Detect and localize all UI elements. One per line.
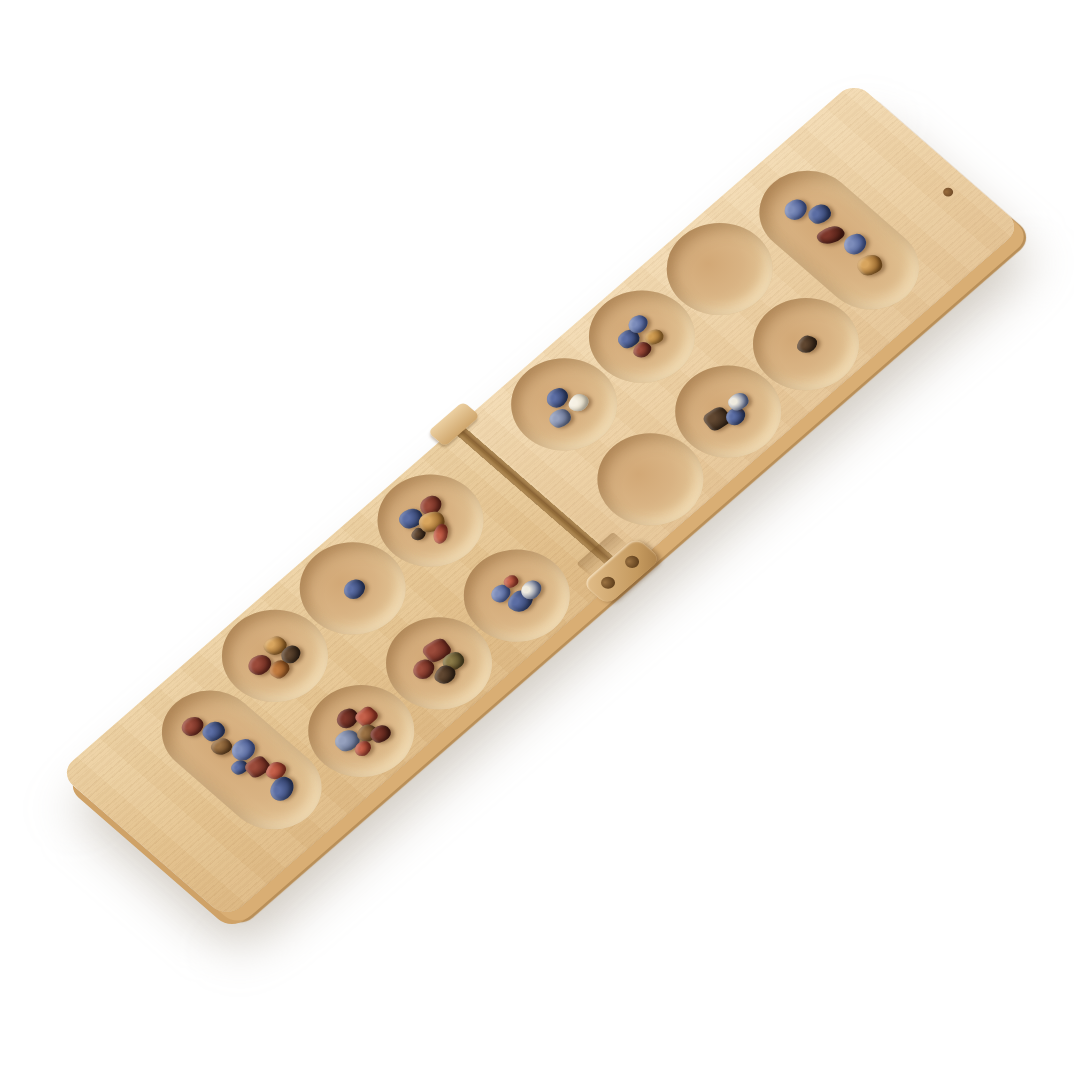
stone-maroon <box>815 224 847 247</box>
stone-navy <box>804 201 834 227</box>
stone-darkbrown <box>793 333 821 357</box>
photo-scene <box>0 65 1074 999</box>
mancala-board <box>59 81 1023 919</box>
store-left <box>142 673 341 846</box>
hinge-pin <box>598 574 618 591</box>
hinge-pin <box>622 553 642 570</box>
stone-blue <box>780 195 812 223</box>
stone-tiger <box>853 251 886 279</box>
stone-navy <box>339 576 369 602</box>
store-right <box>740 153 939 326</box>
dowel-hole <box>941 186 955 198</box>
